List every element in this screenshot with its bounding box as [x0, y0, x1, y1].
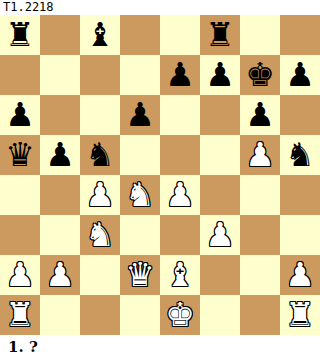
square-g3[interactable]	[240, 215, 280, 255]
square-d8[interactable]	[120, 15, 160, 55]
square-h2[interactable]: ♟	[280, 255, 320, 295]
piece-black-pawn[interactable]: ♟	[285, 55, 315, 95]
move-prompt: 1. ?	[0, 335, 320, 360]
piece-black-pawn[interactable]: ♟	[165, 55, 195, 95]
square-e1[interactable]: ♚	[160, 295, 200, 335]
square-g8[interactable]	[240, 15, 280, 55]
piece-black-queen[interactable]: ♛	[5, 135, 35, 175]
square-g2[interactable]	[240, 255, 280, 295]
square-f6[interactable]	[200, 95, 240, 135]
square-a1[interactable]: ♜	[0, 295, 40, 335]
piece-black-knight[interactable]: ♞	[85, 135, 115, 175]
square-b8[interactable]	[40, 15, 80, 55]
square-h3[interactable]	[280, 215, 320, 255]
square-f2[interactable]	[200, 255, 240, 295]
square-e8[interactable]	[160, 15, 200, 55]
square-f4[interactable]	[200, 175, 240, 215]
square-c5[interactable]: ♞	[80, 135, 120, 175]
square-h1[interactable]: ♜	[280, 295, 320, 335]
square-f3[interactable]: ♟	[200, 215, 240, 255]
square-c4[interactable]: ♟	[80, 175, 120, 215]
piece-black-king[interactable]: ♚	[245, 55, 275, 95]
piece-white-queen[interactable]: ♛	[125, 255, 155, 295]
square-c6[interactable]	[80, 95, 120, 135]
square-d7[interactable]	[120, 55, 160, 95]
square-c7[interactable]	[80, 55, 120, 95]
piece-white-pawn[interactable]: ♟	[245, 135, 275, 175]
square-b7[interactable]	[40, 55, 80, 95]
square-f7[interactable]: ♟	[200, 55, 240, 95]
piece-black-pawn[interactable]: ♟	[45, 135, 75, 175]
square-d3[interactable]	[120, 215, 160, 255]
piece-black-rook[interactable]: ♜	[5, 15, 35, 55]
square-a6[interactable]: ♟	[0, 95, 40, 135]
square-a7[interactable]	[0, 55, 40, 95]
square-e5[interactable]	[160, 135, 200, 175]
square-g5[interactable]: ♟	[240, 135, 280, 175]
square-g7[interactable]: ♚	[240, 55, 280, 95]
square-c2[interactable]	[80, 255, 120, 295]
square-d1[interactable]	[120, 295, 160, 335]
square-c3[interactable]: ♞	[80, 215, 120, 255]
square-f8[interactable]: ♜	[200, 15, 240, 55]
square-a8[interactable]: ♜	[0, 15, 40, 55]
piece-white-pawn[interactable]: ♟	[5, 255, 35, 295]
square-b1[interactable]	[40, 295, 80, 335]
square-c1[interactable]	[80, 295, 120, 335]
square-a2[interactable]: ♟	[0, 255, 40, 295]
square-a5[interactable]: ♛	[0, 135, 40, 175]
piece-white-rook[interactable]: ♜	[285, 295, 315, 335]
piece-white-pawn[interactable]: ♟	[285, 255, 315, 295]
square-b2[interactable]: ♟	[40, 255, 80, 295]
piece-black-bishop[interactable]: ♝	[85, 15, 115, 55]
square-e2[interactable]: ♝	[160, 255, 200, 295]
puzzle-title: T1.2218	[0, 0, 320, 15]
square-b4[interactable]	[40, 175, 80, 215]
piece-black-rook[interactable]: ♜	[205, 15, 235, 55]
square-h8[interactable]	[280, 15, 320, 55]
square-h5[interactable]: ♞	[280, 135, 320, 175]
piece-black-pawn[interactable]: ♟	[5, 95, 35, 135]
piece-white-rook[interactable]: ♜	[5, 295, 35, 335]
square-b5[interactable]: ♟	[40, 135, 80, 175]
piece-black-knight[interactable]: ♞	[285, 135, 315, 175]
square-a3[interactable]	[0, 215, 40, 255]
square-d5[interactable]	[120, 135, 160, 175]
square-d4[interactable]: ♞	[120, 175, 160, 215]
square-a4[interactable]	[0, 175, 40, 215]
square-h7[interactable]: ♟	[280, 55, 320, 95]
piece-black-pawn[interactable]: ♟	[245, 95, 275, 135]
piece-white-pawn[interactable]: ♟	[205, 215, 235, 255]
square-e7[interactable]: ♟	[160, 55, 200, 95]
square-g1[interactable]	[240, 295, 280, 335]
piece-black-pawn[interactable]: ♟	[205, 55, 235, 95]
square-c8[interactable]: ♝	[80, 15, 120, 55]
chess-board: ♜♝♜♟♟♚♟♟♟♟♛♟♞♟♞♟♞♟♞♟♟♟♛♝♟♜♚♜	[0, 15, 320, 335]
square-d6[interactable]: ♟	[120, 95, 160, 135]
square-f5[interactable]	[200, 135, 240, 175]
square-d2[interactable]: ♛	[120, 255, 160, 295]
piece-white-knight[interactable]: ♞	[125, 175, 155, 215]
piece-black-pawn[interactable]: ♟	[125, 95, 155, 135]
square-e3[interactable]	[160, 215, 200, 255]
piece-white-pawn[interactable]: ♟	[165, 175, 195, 215]
square-h4[interactable]	[280, 175, 320, 215]
square-g4[interactable]	[240, 175, 280, 215]
piece-white-knight[interactable]: ♞	[85, 215, 115, 255]
square-h6[interactable]	[280, 95, 320, 135]
square-b3[interactable]	[40, 215, 80, 255]
piece-white-bishop[interactable]: ♝	[165, 255, 195, 295]
piece-white-pawn[interactable]: ♟	[45, 255, 75, 295]
square-f1[interactable]	[200, 295, 240, 335]
square-e4[interactable]: ♟	[160, 175, 200, 215]
piece-white-pawn[interactable]: ♟	[85, 175, 115, 215]
square-g6[interactable]: ♟	[240, 95, 280, 135]
square-e6[interactable]	[160, 95, 200, 135]
square-b6[interactable]	[40, 95, 80, 135]
piece-white-king[interactable]: ♚	[165, 295, 195, 335]
